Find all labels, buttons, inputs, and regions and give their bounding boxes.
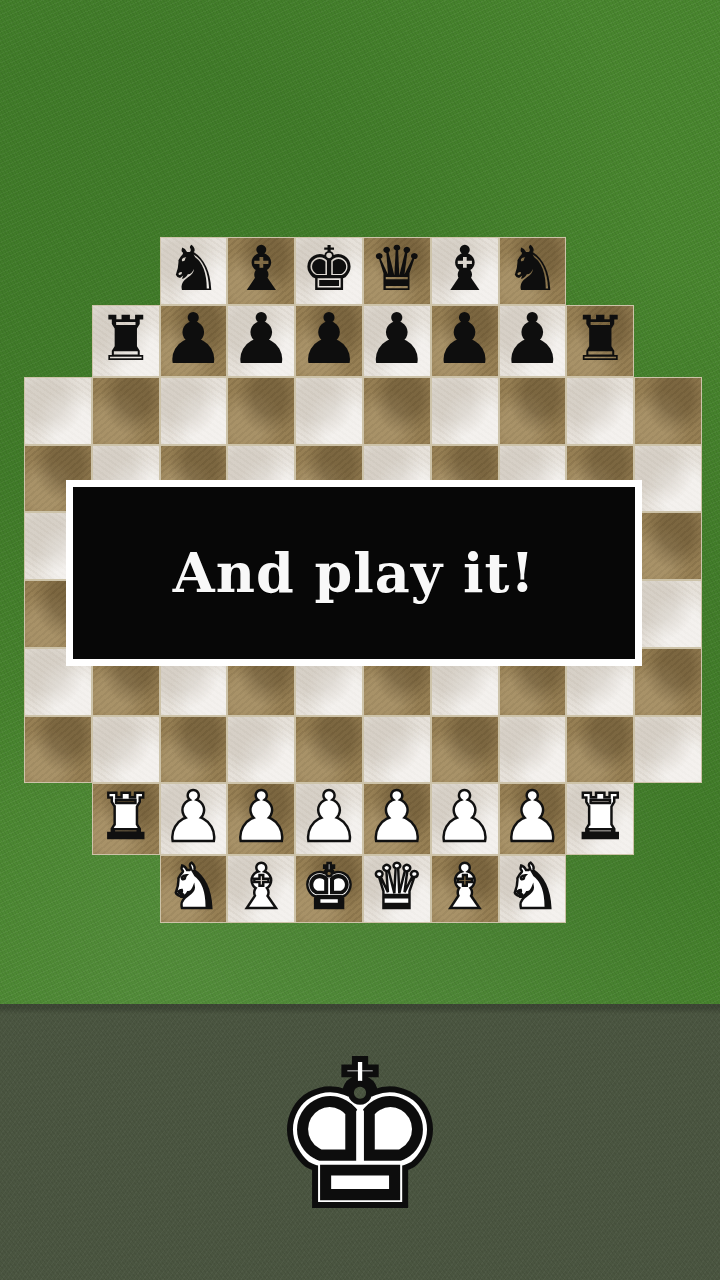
- board-square[interactable]: ♛: [363, 855, 431, 923]
- board-square[interactable]: ♞: [499, 855, 567, 923]
- board-void: [24, 237, 92, 305]
- board-void: [634, 237, 702, 305]
- board-square[interactable]: ♟: [160, 783, 228, 855]
- board-square[interactable]: [227, 377, 295, 445]
- board-square[interactable]: ♛: [363, 237, 431, 305]
- board-void: [634, 855, 702, 923]
- board-void: [24, 783, 92, 855]
- board-square[interactable]: ♟: [363, 783, 431, 855]
- board-void: [92, 237, 160, 305]
- board-square[interactable]: ♝: [431, 237, 499, 305]
- board-square[interactable]: ♟: [431, 305, 499, 377]
- white-pawn: ♟: [501, 782, 564, 852]
- board-void: [24, 855, 92, 923]
- board-square[interactable]: [634, 580, 702, 648]
- white-bishop: ♝: [233, 856, 289, 918]
- board-square[interactable]: [24, 377, 92, 445]
- board-square[interactable]: [566, 377, 634, 445]
- black-bishop: ♝: [437, 238, 493, 300]
- board-square[interactable]: ♟: [227, 305, 295, 377]
- board-square[interactable]: ♝: [227, 237, 295, 305]
- board-square[interactable]: [634, 445, 702, 513]
- board-square[interactable]: ♜: [566, 783, 634, 855]
- black-rook: ♜: [572, 308, 628, 370]
- black-pawn: ♟: [230, 304, 293, 374]
- white-pawn: ♟: [433, 782, 496, 852]
- board-square[interactable]: [634, 716, 702, 784]
- board-square[interactable]: ♞: [160, 855, 228, 923]
- white-rook: ♜: [572, 786, 628, 848]
- black-knight: ♞: [505, 238, 561, 300]
- board-square[interactable]: [634, 512, 702, 580]
- board-void: [566, 237, 634, 305]
- board-square[interactable]: ♞: [499, 237, 567, 305]
- board-void: [634, 783, 702, 855]
- board-void: [566, 855, 634, 923]
- board-square[interactable]: ♟: [363, 305, 431, 377]
- black-rook: ♜: [98, 308, 154, 370]
- board-square[interactable]: [227, 716, 295, 784]
- black-pawn: ♟: [433, 304, 496, 374]
- board-square[interactable]: ♟: [227, 783, 295, 855]
- white-king: ♚: [301, 856, 357, 918]
- board-square[interactable]: [295, 377, 363, 445]
- board-square[interactable]: [24, 716, 92, 784]
- footer-panel: ♚: [0, 1004, 720, 1280]
- board-square[interactable]: [92, 377, 160, 445]
- board-square[interactable]: [634, 377, 702, 445]
- board-square[interactable]: [499, 377, 567, 445]
- board-void: [92, 855, 160, 923]
- board-square[interactable]: ♝: [431, 855, 499, 923]
- app-background: ♞♝♚♛♝♞♜♟♟♟♟♟♟♜♜♟♟♟♟♟♟♜♞♝♚♛♝♞ And play it…: [0, 0, 720, 1280]
- white-bishop: ♝: [437, 856, 493, 918]
- board-square[interactable]: [499, 716, 567, 784]
- board-square[interactable]: [363, 377, 431, 445]
- black-pawn: ♟: [501, 304, 564, 374]
- board-square[interactable]: [566, 716, 634, 784]
- board-square[interactable]: [431, 377, 499, 445]
- white-knight: ♞: [505, 856, 561, 918]
- white-pawn: ♟: [162, 782, 225, 852]
- white-pawn: ♟: [366, 782, 429, 852]
- board-void: [634, 305, 702, 377]
- board-square[interactable]: ♟: [431, 783, 499, 855]
- black-queen: ♛: [369, 238, 425, 300]
- board-square[interactable]: ♟: [499, 783, 567, 855]
- white-knight: ♞: [166, 856, 222, 918]
- board-square[interactable]: ♞: [160, 237, 228, 305]
- board-square[interactable]: ♜: [566, 305, 634, 377]
- board-square[interactable]: [295, 716, 363, 784]
- board-square[interactable]: [363, 716, 431, 784]
- board-square[interactable]: [431, 716, 499, 784]
- black-bishop: ♝: [233, 238, 289, 300]
- black-knight: ♞: [166, 238, 222, 300]
- black-pawn: ♟: [366, 304, 429, 374]
- white-rook: ♜: [98, 786, 154, 848]
- white-queen: ♛: [369, 856, 425, 918]
- caption-banner: And play it!: [66, 480, 642, 666]
- board-square[interactable]: ♚: [295, 237, 363, 305]
- white-pawn: ♟: [298, 782, 361, 852]
- board-square[interactable]: [160, 377, 228, 445]
- white-king-icon: ♚: [270, 1036, 449, 1236]
- black-pawn: ♟: [298, 304, 361, 374]
- board-square[interactable]: ♝: [227, 855, 295, 923]
- board-square[interactable]: ♟: [295, 783, 363, 855]
- board-void: [24, 305, 92, 377]
- black-king: ♚: [301, 238, 357, 300]
- board-square[interactable]: ♟: [160, 305, 228, 377]
- black-pawn: ♟: [162, 304, 225, 374]
- board-square[interactable]: [160, 716, 228, 784]
- caption-text: And play it!: [173, 541, 535, 605]
- board-square[interactable]: ♜: [92, 783, 160, 855]
- board-square[interactable]: ♟: [295, 305, 363, 377]
- white-pawn: ♟: [230, 782, 293, 852]
- board-square[interactable]: ♟: [499, 305, 567, 377]
- board-square[interactable]: [634, 648, 702, 716]
- board-square[interactable]: ♚: [295, 855, 363, 923]
- board-square[interactable]: [92, 716, 160, 784]
- board-square[interactable]: ♜: [92, 305, 160, 377]
